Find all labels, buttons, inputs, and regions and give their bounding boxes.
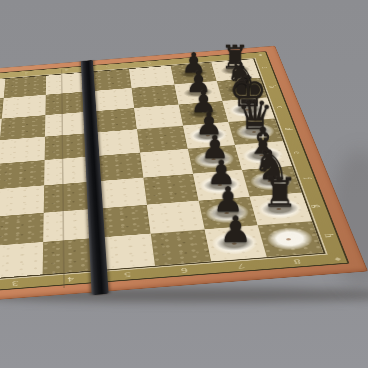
square-f6: [143, 174, 198, 205]
piece-contact-shadow: [178, 68, 209, 79]
photo-scene: ♟♜♟♞♟♚♟♛♟♝♟♞♟♜♟ 12345678 12345678 abcdef…: [0, 0, 368, 368]
square-g7: ♟: [198, 196, 258, 229]
square-g3: [0, 213, 44, 247]
square-h3: [0, 242, 43, 278]
piece-contact-shadow: [187, 107, 220, 120]
square-f7: ♟: [193, 170, 250, 201]
piece-contact-shadow: [182, 87, 214, 99]
square-h6: [151, 230, 211, 266]
chessboard: ♟♜♟♞♟♚♟♛♟♝♟♞♟♜♟ 12345678 12345678 abcdef…: [0, 46, 368, 313]
corner-ornament: ◆: [252, 51, 269, 58]
square-h7: ♟: [204, 225, 267, 261]
square-g6: [147, 200, 205, 233]
square-f3: [0, 185, 44, 216]
